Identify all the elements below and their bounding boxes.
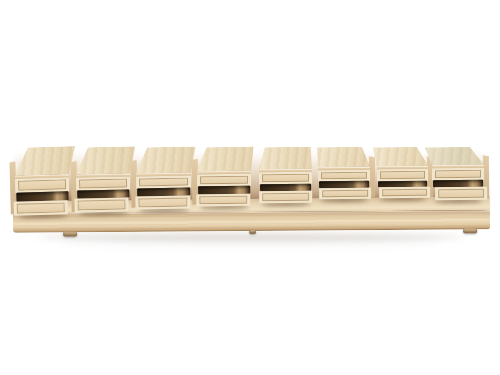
lower-tray-front: [379, 187, 430, 198]
base-foot-right: [463, 228, 477, 233]
box-unit-1[interactable]: [14, 146, 70, 215]
box-unit-2[interactable]: [75, 146, 130, 212]
lower-tray-front: [196, 194, 250, 207]
lower-tray-front: [259, 191, 312, 203]
upper-box-front: [318, 170, 370, 181]
lower-tray-front: [435, 187, 487, 200]
box-unit-7[interactable]: [377, 147, 428, 198]
upper-box-front: [197, 174, 251, 187]
upper-box-front: [432, 168, 484, 180]
box-unit-3[interactable]: [135, 147, 191, 210]
upper-box-front: [377, 169, 428, 181]
upper-box-front: [15, 177, 69, 193]
box-unit-5[interactable]: [259, 147, 312, 203]
lower-tray-front: [74, 197, 128, 212]
upper-box-front: [136, 176, 191, 189]
product-photo: [0, 0, 500, 375]
box-unit-4[interactable]: [197, 147, 252, 207]
upper-box-front: [259, 172, 312, 184]
box-unit-8[interactable]: [432, 147, 484, 200]
lower-tray-front: [319, 188, 371, 199]
upper-box-front: [76, 176, 130, 190]
drop-shadow-soft: [60, 236, 440, 245]
box-unit-6[interactable]: [318, 147, 370, 199]
lower-tray-front: [135, 196, 190, 210]
lower-tray-front: [14, 200, 68, 216]
